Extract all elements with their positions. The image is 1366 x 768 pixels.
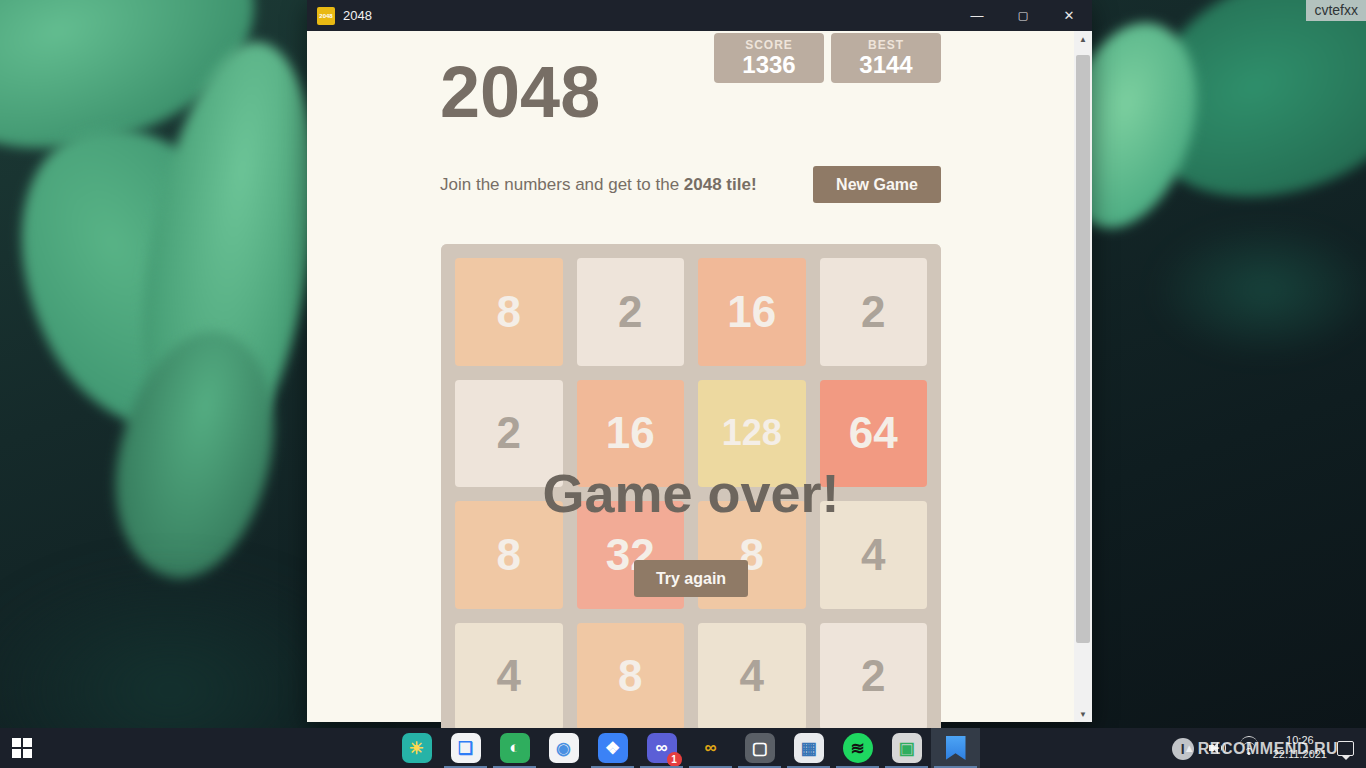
score-label: SCORE	[745, 38, 793, 52]
taskbar-item-settings[interactable]: ◉	[539, 728, 588, 768]
spotify-icon: ≋	[843, 733, 873, 763]
action-center-icon[interactable]	[1337, 741, 1354, 756]
taskbar: ☀❑◐◉❖∞1∞▢▦≋▣ ▲ 10:26 22.11.2021	[0, 728, 1366, 768]
taskbar-clock[interactable]: 10:26 22.11.2021	[1273, 734, 1327, 762]
taskbar-item-maps[interactable]: ❖	[588, 728, 637, 768]
window-title: 2048	[343, 8, 372, 23]
tray-chevron-up-icon[interactable]: ▲	[1184, 742, 1195, 754]
notes-icon: ▢	[745, 733, 775, 763]
scroll-down-icon[interactable]: ▼	[1074, 706, 1092, 722]
photos-icon: ☀	[402, 733, 432, 763]
best-label: BEST	[868, 38, 904, 52]
subtitle-text: Join the numbers and get to the	[440, 175, 684, 194]
game-center-icon: ∞1	[647, 733, 677, 763]
score-box: SCORE 1336	[714, 33, 824, 83]
start-button-icon[interactable]	[12, 738, 32, 758]
clock-time: 10:26	[1273, 734, 1327, 748]
taskbar-item-spotify[interactable]: ≋	[833, 728, 882, 768]
taskbar-item-browser[interactable]: ◐	[490, 728, 539, 768]
taskbar-item-game-center[interactable]: ∞1	[637, 728, 686, 768]
taskbar-item-photos[interactable]: ☀	[392, 728, 441, 768]
try-again-button[interactable]: Try again	[634, 560, 748, 597]
minimize-icon[interactable]: —	[954, 0, 1000, 31]
taskbar-item-terminal-pc[interactable]: ▣	[882, 728, 931, 768]
best-value: 3144	[859, 52, 912, 77]
game-subtitle: Join the numbers and get to the 2048 til…	[440, 175, 757, 195]
wifi-icon[interactable]	[1239, 740, 1259, 756]
taskbar-item-notes[interactable]: ▢	[735, 728, 784, 768]
username-watermark: cvtefxx	[1306, 0, 1366, 21]
controller-icon: ∞	[696, 733, 726, 763]
notification-badge: 1	[667, 752, 682, 767]
clock-date: 22.11.2021	[1273, 748, 1327, 762]
taskbar-item-controller[interactable]: ∞	[686, 728, 735, 768]
best-box: BEST 3144	[831, 33, 941, 83]
taskbar-item-bookmark-app[interactable]	[931, 728, 980, 768]
score-value: 1336	[742, 52, 795, 77]
settings-icon: ◉	[549, 733, 579, 763]
terminal-pc-icon: ▣	[892, 733, 922, 763]
scrollbar[interactable]: ▲ ▼	[1074, 31, 1092, 722]
scrollbar-thumb[interactable]	[1076, 55, 1090, 643]
scroll-up-icon[interactable]: ▲	[1074, 31, 1092, 47]
bookmark-app-icon	[941, 733, 971, 763]
subtitle-bold: 2048 tile!	[684, 175, 757, 194]
files-icon: ❑	[451, 733, 481, 763]
window-titlebar[interactable]: 2048 2048 — ▢ ✕	[307, 0, 1092, 31]
game-over-message: Game over!	[542, 462, 839, 524]
calculator-icon: ▦	[794, 733, 824, 763]
leaf-decoration	[1150, 220, 1366, 360]
maps-icon: ❖	[598, 733, 628, 763]
game-content: 2048 SCORE 1336 BEST 3144 Join the numbe…	[307, 31, 1092, 722]
page-title: 2048	[440, 53, 600, 132]
game-over-overlay: Game over! Try again	[441, 244, 941, 744]
taskbar-icons: ☀❑◐◉❖∞1∞▢▦≋▣	[392, 728, 980, 768]
volume-icon[interactable]	[1209, 740, 1227, 756]
browser-icon: ◐	[500, 733, 530, 763]
new-game-button[interactable]: New Game	[813, 166, 941, 203]
app-window-2048: 2048 2048 — ▢ ✕ 2048 SCORE 1336 BEST 314…	[307, 0, 1092, 722]
system-tray: ▲ 10:26 22.11.2021	[1184, 728, 1366, 768]
score-container: SCORE 1336 BEST 3144	[714, 33, 941, 83]
taskbar-item-calculator[interactable]: ▦	[784, 728, 833, 768]
app-icon: 2048	[317, 7, 335, 25]
taskbar-item-files[interactable]: ❑	[441, 728, 490, 768]
close-icon[interactable]: ✕	[1046, 0, 1092, 31]
maximize-icon[interactable]: ▢	[1000, 0, 1046, 31]
